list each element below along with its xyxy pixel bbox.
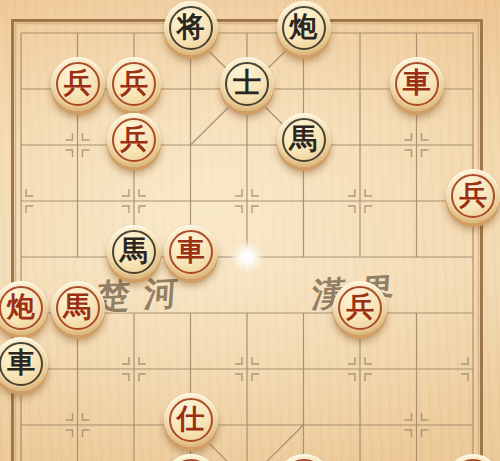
piece-red-soldier[interactable]: 兵 — [333, 281, 387, 335]
piece-red-piece-partial[interactable] — [446, 454, 500, 461]
sparkle-effect-icon — [229, 239, 265, 275]
piece-character: 兵 — [107, 113, 161, 167]
piece-red-soldier[interactable]: 兵 — [107, 113, 161, 167]
piece-black-horse[interactable]: 馬 — [107, 225, 161, 279]
piece-black-advisor[interactable]: 士 — [220, 57, 274, 111]
piece-red-piece-partial[interactable] — [164, 454, 218, 461]
piece-red-horse[interactable]: 馬 — [51, 281, 105, 335]
piece-character: 車 — [164, 225, 218, 279]
piece-character: 士 — [220, 57, 274, 111]
piece-black-chariot[interactable]: 車 — [0, 337, 48, 391]
xiangqi-board[interactable]: 楚河 漢界 将炮兵兵士車兵馬兵馬車炮馬兵車仕 — [0, 0, 500, 461]
piece-character: 炮 — [0, 281, 48, 335]
piece-character: 仕 — [164, 393, 218, 447]
piece-black-general[interactable]: 将 — [164, 1, 218, 55]
piece-red-chariot[interactable]: 車 — [390, 57, 444, 111]
piece-character: 兵 — [51, 57, 105, 111]
piece-red-chariot[interactable]: 車 — [164, 225, 218, 279]
piece-character: 兵 — [107, 57, 161, 111]
piece-character: 兵 — [446, 169, 500, 223]
piece-red-cannon[interactable]: 炮 — [0, 281, 48, 335]
piece-red-advisor[interactable]: 仕 — [164, 393, 218, 447]
piece-black-cannon[interactable]: 炮 — [277, 1, 331, 55]
piece-character: 馬 — [51, 281, 105, 335]
piece-character: 車 — [0, 337, 48, 391]
piece-character: 兵 — [333, 281, 387, 335]
piece-character: 馬 — [277, 113, 331, 167]
piece-red-piece-partial[interactable] — [277, 454, 331, 461]
piece-character — [164, 454, 218, 461]
piece-character: 馬 — [107, 225, 161, 279]
piece-red-soldier[interactable]: 兵 — [51, 57, 105, 111]
piece-character: 炮 — [277, 1, 331, 55]
piece-character: 将 — [164, 1, 218, 55]
piece-character — [446, 454, 500, 461]
piece-red-soldier[interactable]: 兵 — [107, 57, 161, 111]
piece-character — [277, 454, 331, 461]
piece-character: 車 — [390, 57, 444, 111]
piece-red-soldier[interactable]: 兵 — [446, 169, 500, 223]
piece-black-horse[interactable]: 馬 — [277, 113, 331, 167]
